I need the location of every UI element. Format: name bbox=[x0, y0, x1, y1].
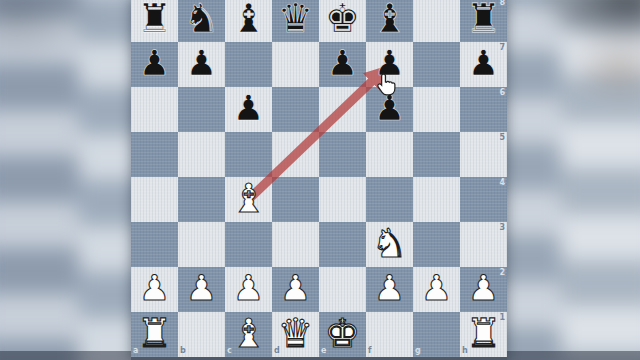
square-e2[interactable] bbox=[319, 267, 366, 312]
square-h7[interactable]: 7♟ bbox=[460, 42, 507, 87]
rank-label-3: 3 bbox=[499, 224, 505, 232]
square-b2[interactable]: ♟ bbox=[178, 267, 225, 312]
square-e4[interactable] bbox=[319, 177, 366, 222]
piece-black-bishop-c8[interactable]: ♝ bbox=[231, 0, 267, 41]
piece-black-pawn-f6[interactable]: ♟ bbox=[374, 86, 405, 131]
blurred-background-left bbox=[0, 0, 131, 360]
square-c5[interactable] bbox=[225, 132, 272, 177]
square-a6[interactable] bbox=[131, 87, 178, 132]
square-a2[interactable]: ♟ bbox=[131, 267, 178, 312]
square-g6[interactable] bbox=[413, 87, 460, 132]
piece-black-rook-h8[interactable]: ♜ bbox=[466, 0, 502, 41]
square-d5[interactable] bbox=[272, 132, 319, 177]
square-c6[interactable]: ♟ bbox=[225, 87, 272, 132]
file-label-b: b bbox=[180, 347, 186, 355]
square-b1[interactable]: b bbox=[178, 312, 225, 357]
piece-white-queen-d1[interactable]: ♛ bbox=[278, 311, 314, 356]
rank-label-5: 5 bbox=[499, 134, 505, 142]
piece-black-pawn-e7[interactable]: ♟ bbox=[327, 41, 358, 86]
square-e8[interactable]: ♚ bbox=[319, 0, 366, 42]
piece-black-pawn-c6[interactable]: ♟ bbox=[233, 86, 264, 131]
square-b6[interactable] bbox=[178, 87, 225, 132]
square-a1[interactable]: a♜ bbox=[131, 312, 178, 357]
square-f8[interactable]: ♝ bbox=[366, 0, 413, 42]
square-c3[interactable] bbox=[225, 222, 272, 267]
square-d7[interactable] bbox=[272, 42, 319, 87]
square-a7[interactable]: ♟ bbox=[131, 42, 178, 87]
chess-board[interactable]: ♜♞♝♛♚♝8♜♟♟♟♟7♟♟♟65♝4♞3♟♟♟♟♟♟2♟a♜bc♝d♛e♚f… bbox=[131, 0, 507, 360]
square-d1[interactable]: d♛ bbox=[272, 312, 319, 357]
square-c8[interactable]: ♝ bbox=[225, 0, 272, 42]
piece-white-pawn-a2[interactable]: ♟ bbox=[139, 266, 170, 311]
piece-black-knight-b8[interactable]: ♞ bbox=[184, 0, 220, 41]
piece-white-king-e1[interactable]: ♚ bbox=[325, 311, 361, 356]
square-e7[interactable]: ♟ bbox=[319, 42, 366, 87]
square-e6[interactable] bbox=[319, 87, 366, 132]
square-f1[interactable]: f bbox=[366, 312, 413, 357]
square-d6[interactable] bbox=[272, 87, 319, 132]
piece-white-pawn-c2[interactable]: ♟ bbox=[233, 266, 264, 311]
piece-black-pawn-h7[interactable]: ♟ bbox=[468, 41, 499, 86]
piece-white-pawn-h2[interactable]: ♟ bbox=[468, 266, 499, 311]
square-f7[interactable]: ♟ bbox=[366, 42, 413, 87]
piece-black-pawn-a7[interactable]: ♟ bbox=[139, 41, 170, 86]
square-f3[interactable]: ♞ bbox=[366, 222, 413, 267]
piece-black-queen-d8[interactable]: ♛ bbox=[278, 0, 314, 41]
rank-label-7: 7 bbox=[499, 44, 505, 52]
piece-white-pawn-g2[interactable]: ♟ bbox=[421, 266, 452, 311]
square-f2[interactable]: ♟ bbox=[366, 267, 413, 312]
square-f5[interactable] bbox=[366, 132, 413, 177]
video-frame: ♜♞♝♛♚♝8♜♟♟♟♟7♟♟♟65♝4♞3♟♟♟♟♟♟2♟a♜bc♝d♛e♚f… bbox=[0, 0, 640, 360]
square-b3[interactable] bbox=[178, 222, 225, 267]
square-h8[interactable]: 8♜ bbox=[460, 0, 507, 42]
square-g2[interactable]: ♟ bbox=[413, 267, 460, 312]
square-b7[interactable]: ♟ bbox=[178, 42, 225, 87]
square-g3[interactable] bbox=[413, 222, 460, 267]
piece-white-bishop-c4[interactable]: ♝ bbox=[231, 176, 267, 221]
piece-black-bishop-f8[interactable]: ♝ bbox=[372, 0, 408, 41]
rank-label-4: 4 bbox=[499, 179, 505, 187]
blurred-background-right bbox=[507, 0, 640, 360]
square-h5[interactable]: 5 bbox=[460, 132, 507, 177]
square-f6[interactable]: ♟ bbox=[366, 87, 413, 132]
piece-white-rook-h1[interactable]: ♜ bbox=[466, 311, 502, 356]
square-f4[interactable] bbox=[366, 177, 413, 222]
piece-white-bishop-c1[interactable]: ♝ bbox=[231, 311, 267, 356]
square-g8[interactable] bbox=[413, 0, 460, 42]
piece-black-king-e8[interactable]: ♚ bbox=[325, 0, 361, 41]
square-g4[interactable] bbox=[413, 177, 460, 222]
square-a3[interactable] bbox=[131, 222, 178, 267]
square-h4[interactable]: 4 bbox=[460, 177, 507, 222]
square-h1[interactable]: h1♜ bbox=[460, 312, 507, 357]
piece-black-pawn-f7[interactable]: ♟ bbox=[374, 41, 405, 86]
square-b5[interactable] bbox=[178, 132, 225, 177]
piece-white-pawn-f2[interactable]: ♟ bbox=[374, 266, 405, 311]
piece-white-knight-f3[interactable]: ♞ bbox=[372, 221, 408, 266]
piece-white-rook-a1[interactable]: ♜ bbox=[137, 311, 173, 356]
rank-label-6: 6 bbox=[499, 89, 505, 97]
square-e1[interactable]: e♚ bbox=[319, 312, 366, 357]
square-h2[interactable]: 2♟ bbox=[460, 267, 507, 312]
square-d4[interactable] bbox=[272, 177, 319, 222]
square-h3[interactable]: 3 bbox=[460, 222, 507, 267]
square-e3[interactable] bbox=[319, 222, 366, 267]
square-g7[interactable] bbox=[413, 42, 460, 87]
piece-white-pawn-b2[interactable]: ♟ bbox=[186, 266, 217, 311]
file-label-f: f bbox=[368, 347, 371, 355]
square-a4[interactable] bbox=[131, 177, 178, 222]
square-a8[interactable]: ♜ bbox=[131, 0, 178, 42]
piece-black-pawn-b7[interactable]: ♟ bbox=[186, 41, 217, 86]
square-c4[interactable]: ♝ bbox=[225, 177, 272, 222]
rank-label-2: 2 bbox=[499, 269, 505, 277]
square-d8[interactable]: ♛ bbox=[272, 0, 319, 42]
square-d3[interactable] bbox=[272, 222, 319, 267]
square-c7[interactable] bbox=[225, 42, 272, 87]
square-a5[interactable] bbox=[131, 132, 178, 177]
square-b8[interactable]: ♞ bbox=[178, 0, 225, 42]
piece-white-pawn-d2[interactable]: ♟ bbox=[280, 266, 311, 311]
square-d2[interactable]: ♟ bbox=[272, 267, 319, 312]
piece-black-rook-a8[interactable]: ♜ bbox=[137, 0, 173, 41]
square-c2[interactable]: ♟ bbox=[225, 267, 272, 312]
square-b4[interactable] bbox=[178, 177, 225, 222]
square-h6[interactable]: 6 bbox=[460, 87, 507, 132]
square-g1[interactable]: g bbox=[413, 312, 460, 357]
square-g5[interactable] bbox=[413, 132, 460, 177]
square-e5[interactable] bbox=[319, 132, 366, 177]
square-c1[interactable]: c♝ bbox=[225, 312, 272, 357]
file-label-g: g bbox=[415, 347, 421, 355]
